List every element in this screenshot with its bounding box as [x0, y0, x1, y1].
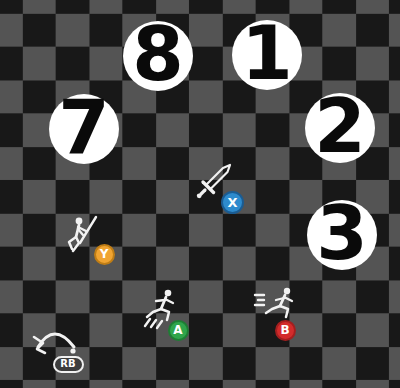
gamepad-button-y[interactable]: Y [94, 244, 115, 265]
waypoint-label: 8 [132, 17, 184, 91]
waypoint-label: 7 [58, 90, 110, 164]
waypoint-label: 3 [316, 196, 368, 270]
button-label: RB [60, 359, 75, 369]
button-label: X [227, 196, 237, 209]
waypoint-marker-2[interactable]: 2 [305, 93, 375, 163]
sprinter-icon [252, 285, 300, 327]
gamepad-button-rb[interactable]: RB [53, 356, 84, 373]
button-label: B [280, 324, 289, 336]
waypoint-label: 1 [241, 16, 293, 90]
waypoint-marker-3[interactable]: 3 [307, 200, 377, 270]
gamepad-button-x[interactable]: X [221, 191, 244, 214]
waypoint-label: 2 [314, 89, 366, 163]
gamepad-button-a[interactable]: A [168, 320, 189, 341]
waypoint-marker-1[interactable]: 1 [232, 20, 302, 90]
gamepad-button-b[interactable]: B [275, 320, 296, 341]
button-label: A [173, 324, 182, 336]
waypoint-marker-8[interactable]: 8 [123, 21, 193, 91]
game-overlay-stage: 8 1 7 2 3 X Y [0, 0, 400, 388]
waypoint-marker-7[interactable]: 7 [49, 94, 119, 164]
button-label: Y [100, 248, 109, 260]
